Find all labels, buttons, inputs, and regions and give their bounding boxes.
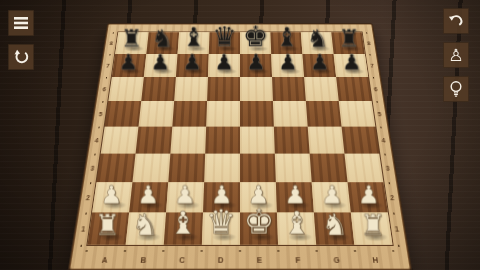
piece-white-queen[interactable]: ♛ [202,206,240,239]
piece-black-pawn[interactable]: ♟ [336,51,368,73]
square-e7[interactable]: ♟ [240,54,272,77]
piece-white-bishop[interactable]: ♝ [278,208,316,239]
square-b7[interactable]: ♟ [144,54,178,77]
board-scene: ♜♞♝♛♚♝♞♜♟♟♟♟♟♟♟♟♟♟♟♟♟♟♟♟♜♞♝♛♚♝♞♜ ABCDEFG… [0,0,480,270]
square-e1[interactable]: ♚ [240,213,278,245]
file-label-g: G [317,255,357,266]
square-f3[interactable] [275,154,312,183]
square-b4[interactable] [136,127,173,154]
square-a3[interactable] [97,154,136,183]
file-label-c: C [162,255,201,266]
frame-pins-bottom [85,249,394,252]
piece-black-knight[interactable]: ♞ [147,26,178,51]
square-h4[interactable] [342,127,380,154]
piece-black-pawn[interactable]: ♟ [176,51,208,73]
chess-board: ♜♞♝♛♚♝♞♜♟♟♟♟♟♟♟♟♟♟♟♟♟♟♟♟♜♞♝♛♚♝♞♜ ABCDEFG… [69,24,411,270]
square-h6[interactable] [336,77,372,101]
undo-arrow-icon [447,12,465,30]
piece-black-queen[interactable]: ♛ [209,23,240,50]
square-g6[interactable] [304,77,339,101]
piece-white-pawn[interactable]: ♟ [93,183,130,208]
file-label-e: E [240,255,279,266]
hamburger-icon [13,16,29,30]
lightbulb-icon [448,80,464,98]
rotate-icon [12,48,30,66]
square-a7[interactable]: ♟ [112,54,147,77]
piece-white-pawn[interactable]: ♟ [130,183,167,208]
hint-button[interactable] [443,76,469,102]
square-b5[interactable] [138,101,174,127]
square-d5[interactable] [206,101,240,127]
rotate-board-button[interactable] [8,44,34,70]
square-h3[interactable] [344,154,383,183]
rank-label-7: 7 [366,54,379,77]
square-e6[interactable] [240,77,273,101]
piece-white-pawn[interactable]: ♟ [277,183,314,208]
square-c1[interactable]: ♝ [164,213,203,245]
square-d1[interactable]: ♛ [202,213,240,245]
piece-black-pawn[interactable]: ♟ [208,51,240,73]
piece-white-knight[interactable]: ♞ [126,209,164,239]
file-label-f: F [278,255,317,266]
piece-black-rook[interactable]: ♜ [116,27,147,51]
piece-black-pawn[interactable]: ♟ [112,51,144,73]
piece-white-pawn[interactable]: ♟ [350,183,387,208]
square-c3[interactable] [168,154,205,183]
pawn-outline-icon: ♙ [448,47,463,64]
square-d6[interactable] [207,77,240,101]
square-g1[interactable]: ♞ [314,213,354,245]
square-g3[interactable] [310,154,348,183]
piece-white-pawn[interactable]: ♟ [314,183,351,208]
square-b1[interactable]: ♞ [126,213,166,245]
square-c5[interactable] [172,101,207,127]
square-a6[interactable] [108,77,144,101]
square-f1[interactable]: ♝ [277,213,316,245]
piece-white-pawn[interactable]: ♟ [166,183,203,208]
square-h1[interactable]: ♜ [351,213,393,245]
square-f4[interactable] [274,127,310,154]
square-a4[interactable] [101,127,139,154]
undo-button[interactable] [443,8,469,34]
square-e5[interactable] [240,101,274,127]
square-d7[interactable]: ♟ [208,54,240,77]
square-f7[interactable]: ♟ [271,54,304,77]
file-label-d: D [201,255,240,266]
square-g4[interactable] [308,127,345,154]
menu-button[interactable] [8,10,34,36]
square-d4[interactable] [205,127,240,154]
piece-white-rook[interactable]: ♜ [88,210,126,239]
piece-white-bishop[interactable]: ♝ [164,208,202,239]
piece-black-bishop[interactable]: ♝ [178,25,209,51]
piece-black-king[interactable]: ♚ [240,22,271,50]
board-squares: ♜♞♝♛♚♝♞♜♟♟♟♟♟♟♟♟♟♟♟♟♟♟♟♟♜♞♝♛♚♝♞♜ [88,32,393,245]
piece-white-king[interactable]: ♚ [240,205,278,240]
square-c6[interactable] [174,77,208,101]
square-g5[interactable] [306,101,342,127]
file-label-a: A [84,255,124,266]
square-f6[interactable] [272,77,306,101]
square-g7[interactable]: ♟ [302,54,336,77]
square-e3[interactable] [240,154,276,183]
square-e4[interactable] [240,127,275,154]
chess-app: ♜♞♝♛♚♝♞♜♟♟♟♟♟♟♟♟♟♟♟♟♟♟♟♟♜♞♝♛♚♝♞♜ ABCDEFG… [0,0,480,270]
square-h7[interactable]: ♟ [334,54,369,77]
square-b3[interactable] [132,154,170,183]
file-label-b: B [123,255,163,266]
square-a1[interactable]: ♜ [88,213,130,245]
piece-black-pawn[interactable]: ♟ [240,51,272,73]
piece-black-pawn[interactable]: ♟ [144,51,176,73]
piece-white-rook[interactable]: ♜ [354,210,392,239]
piece-black-pawn[interactable]: ♟ [304,51,336,73]
square-b6[interactable] [141,77,176,101]
file-labels: ABCDEFGH [84,255,395,266]
piece-black-bishop[interactable]: ♝ [271,25,302,51]
piece-black-rook[interactable]: ♜ [333,27,364,51]
file-label-h: H [355,255,395,266]
square-c7[interactable]: ♟ [176,54,209,77]
piece-black-knight[interactable]: ♞ [302,26,333,51]
opponent-button[interactable]: ♙ [443,42,469,68]
piece-white-knight[interactable]: ♞ [316,209,354,239]
square-f5[interactable] [273,101,308,127]
square-a5[interactable] [105,101,142,127]
square-h5[interactable] [339,101,376,127]
piece-black-pawn[interactable]: ♟ [272,51,304,73]
square-c4[interactable] [170,127,206,154]
square-d3[interactable] [204,154,240,183]
